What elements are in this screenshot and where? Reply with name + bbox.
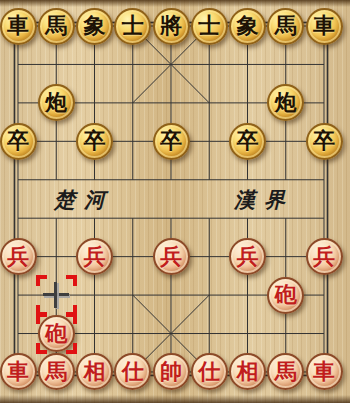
piece-glyph: 馬 — [275, 14, 297, 36]
piece-red-horse[interactable]: 馬 — [38, 353, 75, 390]
piece-glyph: 卒 — [7, 129, 29, 151]
piece-glyph: 卒 — [160, 129, 182, 151]
piece-glyph: 車 — [313, 360, 335, 382]
piece-glyph: 炮 — [45, 91, 67, 113]
piece-black-soldier[interactable]: 卒 — [0, 123, 37, 160]
move-to-marker — [36, 313, 77, 354]
piece-glyph: 將 — [160, 14, 182, 36]
piece-glyph: 車 — [7, 360, 29, 382]
piece-black-chariot[interactable]: 車 — [306, 8, 343, 45]
piece-black-general[interactable]: 將 — [153, 8, 190, 45]
piece-glyph: 馬 — [45, 14, 67, 36]
piece-red-advisor[interactable]: 仕 — [191, 353, 228, 390]
piece-glyph: 兵 — [160, 245, 182, 267]
piece-glyph: 卒 — [237, 129, 259, 151]
piece-red-general[interactable]: 帥 — [153, 353, 190, 390]
piece-glyph: 馬 — [45, 360, 67, 382]
piece-red-soldier[interactable]: 兵 — [306, 238, 343, 275]
piece-glyph: 象 — [237, 14, 259, 36]
piece-glyph: 卒 — [313, 129, 335, 151]
piece-black-soldier[interactable]: 卒 — [76, 123, 113, 160]
piece-red-soldier[interactable]: 兵 — [153, 238, 190, 275]
piece-black-soldier[interactable]: 卒 — [153, 123, 190, 160]
piece-glyph: 車 — [7, 14, 29, 36]
crosshair-cursor — [43, 282, 69, 308]
piece-glyph: 兵 — [84, 245, 106, 267]
piece-black-soldier[interactable]: 卒 — [229, 123, 266, 160]
marker-corner-br — [66, 343, 77, 354]
piece-glyph: 仕 — [198, 360, 220, 382]
piece-black-horse[interactable]: 馬 — [38, 8, 75, 45]
piece-glyph: 砲 — [275, 283, 297, 305]
piece-glyph: 炮 — [275, 91, 297, 113]
piece-red-soldier[interactable]: 兵 — [76, 238, 113, 275]
piece-glyph: 帥 — [160, 360, 182, 382]
piece-black-chariot[interactable]: 車 — [0, 8, 37, 45]
piece-black-advisor[interactable]: 士 — [191, 8, 228, 45]
marker-corner-bl — [36, 343, 47, 354]
piece-red-chariot[interactable]: 車 — [306, 353, 343, 390]
piece-glyph: 士 — [198, 14, 220, 36]
piece-glyph: 相 — [84, 360, 106, 382]
piece-red-cannon[interactable]: 砲 — [267, 277, 304, 314]
piece-glyph: 相 — [237, 360, 259, 382]
river-label-han: 漢界 — [234, 186, 294, 214]
piece-black-horse[interactable]: 馬 — [267, 8, 304, 45]
piece-red-chariot[interactable]: 車 — [0, 353, 37, 390]
piece-glyph: 仕 — [122, 360, 144, 382]
piece-glyph: 兵 — [313, 245, 335, 267]
piece-glyph: 馬 — [275, 360, 297, 382]
marker-corner-tr — [66, 313, 77, 324]
piece-black-cannon[interactable]: 炮 — [38, 84, 75, 121]
piece-glyph: 象 — [84, 14, 106, 36]
river-label-chu: 楚河 — [54, 186, 114, 214]
piece-glyph: 卒 — [84, 129, 106, 151]
piece-glyph: 兵 — [7, 245, 29, 267]
crosshair-vertical-bar — [54, 282, 57, 308]
piece-glyph: 士 — [122, 14, 144, 36]
piece-red-soldier[interactable]: 兵 — [0, 238, 37, 275]
xiangqi-app: 楚河 漢界 車馬象士將士象馬車炮炮卒卒卒卒卒兵兵兵兵兵砲砲車馬相仕帥仕相馬車 — [0, 0, 350, 403]
marker-corner-tl — [36, 313, 47, 324]
piece-black-advisor[interactable]: 士 — [114, 8, 151, 45]
piece-black-elephant[interactable]: 象 — [229, 8, 266, 45]
piece-glyph: 車 — [313, 14, 335, 36]
piece-black-soldier[interactable]: 卒 — [306, 123, 343, 160]
xiangqi-board[interactable]: 楚河 漢界 車馬象士將士象馬車炮炮卒卒卒卒卒兵兵兵兵兵砲砲車馬相仕帥仕相馬車 — [0, 0, 350, 403]
piece-glyph: 兵 — [237, 245, 259, 267]
piece-red-soldier[interactable]: 兵 — [229, 238, 266, 275]
piece-black-elephant[interactable]: 象 — [76, 8, 113, 45]
